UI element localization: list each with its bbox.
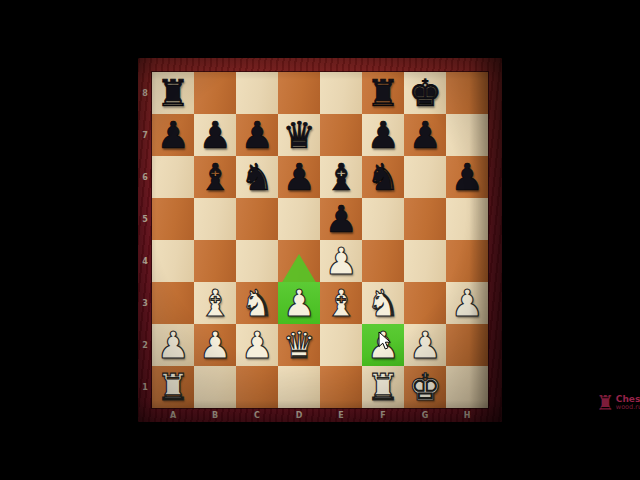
rank-label-6: 6 [138,156,152,198]
square-e7[interactable] [320,114,362,156]
square-b7[interactable]: ♟ [194,114,236,156]
square-e6[interactable]: ♝ [320,156,362,198]
square-f1[interactable]: ♜ [362,366,404,408]
rank-label-3: 3 [138,282,152,324]
piece-black-knight[interactable]: ♞ [236,156,278,198]
square-f6[interactable]: ♞ [362,156,404,198]
square-b6[interactable]: ♝ [194,156,236,198]
piece-white-knight[interactable]: ♞ [236,282,278,324]
rank-label-8: 8 [138,72,152,114]
square-b2[interactable]: ♟ [194,324,236,366]
square-g7[interactable]: ♟ [404,114,446,156]
square-d4[interactable] [278,240,320,282]
square-a8[interactable]: ♜ [152,72,194,114]
video-frame: 87654321 ABCDEFGH ♜♜♚♟♟♟♛♟♟♝♞♟♝♞♟♟♟♝♞♟♝♞… [0,0,640,480]
square-e4[interactable]: ♟ [320,240,362,282]
piece-white-king[interactable]: ♚ [404,366,446,408]
rank-label-5: 5 [138,198,152,240]
square-a4[interactable] [152,240,194,282]
piece-white-pawn[interactable]: ♟ [194,324,236,366]
square-b8[interactable] [194,72,236,114]
square-a7[interactable]: ♟ [152,114,194,156]
square-d7[interactable]: ♛ [278,114,320,156]
square-e5[interactable]: ♟ [320,198,362,240]
file-label-e: E [320,408,362,422]
piece-black-queen[interactable]: ♛ [278,114,320,156]
file-label-g: G [404,408,446,422]
square-c6[interactable]: ♞ [236,156,278,198]
square-h7[interactable] [446,114,488,156]
piece-black-pawn[interactable]: ♟ [152,114,194,156]
piece-black-rook[interactable]: ♜ [152,72,194,114]
square-h2[interactable] [446,324,488,366]
square-h1[interactable] [446,366,488,408]
piece-black-pawn[interactable]: ♟ [404,114,446,156]
piece-white-rook[interactable]: ♜ [362,366,404,408]
square-h8[interactable] [446,72,488,114]
chesswood-watermark: ♜ Chess wood.ru [596,387,640,419]
square-b4[interactable] [194,240,236,282]
piece-black-bishop[interactable]: ♝ [194,156,236,198]
piece-black-rook[interactable]: ♜ [362,72,404,114]
square-h5[interactable] [446,198,488,240]
square-f7[interactable]: ♟ [362,114,404,156]
piece-white-rook[interactable]: ♜ [152,366,194,408]
piece-black-pawn[interactable]: ♟ [236,114,278,156]
rank-label-7: 7 [138,114,152,156]
square-f3[interactable]: ♞ [362,282,404,324]
piece-black-pawn[interactable]: ♟ [446,156,488,198]
piece-black-pawn[interactable]: ♟ [194,114,236,156]
piece-black-pawn[interactable]: ♟ [362,114,404,156]
square-c1[interactable] [236,366,278,408]
rank-label-1: 1 [138,366,152,408]
square-f8[interactable]: ♜ [362,72,404,114]
piece-black-pawn[interactable]: ♟ [320,198,362,240]
square-f5[interactable] [362,198,404,240]
square-c7[interactable]: ♟ [236,114,278,156]
piece-white-pawn[interactable]: ♟ [404,324,446,366]
square-h6[interactable]: ♟ [446,156,488,198]
piece-black-pawn[interactable]: ♟ [278,156,320,198]
square-a1[interactable]: ♜ [152,366,194,408]
square-g5[interactable] [404,198,446,240]
file-label-d: D [278,408,320,422]
square-g1[interactable]: ♚ [404,366,446,408]
piece-white-knight[interactable]: ♞ [362,282,404,324]
file-label-f: F [362,408,404,422]
piece-white-pawn[interactable]: ♟ [446,282,488,324]
watermark-subtitle: wood.ru [616,404,640,411]
square-f4[interactable] [362,240,404,282]
rank-labels: 87654321 [138,72,152,408]
piece-white-queen[interactable]: ♛ [278,324,320,366]
piece-white-pawn[interactable]: ♟ [320,240,362,282]
square-d2[interactable]: ♛ [278,324,320,366]
rank-label-2: 2 [138,324,152,366]
square-g8[interactable]: ♚ [404,72,446,114]
square-g3[interactable] [404,282,446,324]
square-e3[interactable]: ♝ [320,282,362,324]
square-a2[interactable]: ♟ [152,324,194,366]
rook-logo-icon: ♜ [596,392,615,414]
square-e1[interactable] [320,366,362,408]
square-h3[interactable]: ♟ [446,282,488,324]
square-d3[interactable]: ♟ [278,282,320,324]
board-grid: ♜♜♚♟♟♟♛♟♟♝♞♟♝♞♟♟♟♝♞♟♝♞♟♟♟♟♛♟♟♜♜♚ [152,72,488,408]
piece-white-pawn[interactable]: ♟ [152,324,194,366]
square-d6[interactable]: ♟ [278,156,320,198]
file-label-c: C [236,408,278,422]
square-a3[interactable] [152,282,194,324]
chess-board-frame: 87654321 ABCDEFGH ♜♜♚♟♟♟♛♟♟♝♞♟♝♞♟♟♟♝♞♟♝♞… [138,58,502,422]
piece-black-king[interactable]: ♚ [404,72,446,114]
piece-white-pawn[interactable]: ♟ [278,282,320,324]
square-g4[interactable] [404,240,446,282]
square-c4[interactable] [236,240,278,282]
square-d1[interactable] [278,366,320,408]
file-label-a: A [152,408,194,422]
file-labels: ABCDEFGH [152,408,488,422]
piece-white-bishop[interactable]: ♝ [320,282,362,324]
square-b3[interactable]: ♝ [194,282,236,324]
square-c8[interactable] [236,72,278,114]
square-e2[interactable] [320,324,362,366]
square-a6[interactable] [152,156,194,198]
square-g2[interactable]: ♟ [404,324,446,366]
square-d8[interactable] [278,72,320,114]
square-e8[interactable] [320,72,362,114]
piece-white-pawn[interactable]: ♟ [236,324,278,366]
piece-white-pawn[interactable]: ♟ [362,324,404,366]
square-b5[interactable] [194,198,236,240]
move-hint-arrow-icon [280,254,318,282]
square-c5[interactable] [236,198,278,240]
square-b1[interactable] [194,366,236,408]
piece-black-bishop[interactable]: ♝ [320,156,362,198]
square-g6[interactable] [404,156,446,198]
file-label-b: B [194,408,236,422]
square-c2[interactable]: ♟ [236,324,278,366]
square-f2[interactable]: ♟ [362,324,404,366]
square-d5[interactable] [278,198,320,240]
piece-black-knight[interactable]: ♞ [362,156,404,198]
square-c3[interactable]: ♞ [236,282,278,324]
square-a5[interactable] [152,198,194,240]
square-h4[interactable] [446,240,488,282]
rank-label-4: 4 [138,240,152,282]
file-label-h: H [446,408,488,422]
piece-white-bishop[interactable]: ♝ [194,282,236,324]
